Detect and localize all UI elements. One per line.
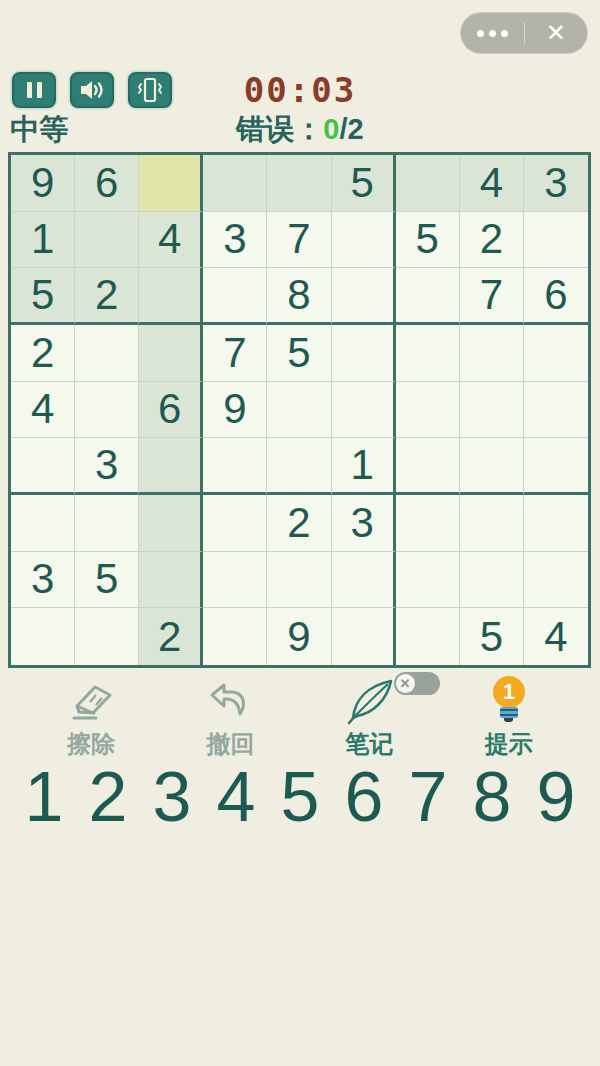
cell-r9c1[interactable] <box>11 608 75 665</box>
errors-max: /2 <box>339 113 363 145</box>
cell-r7c5[interactable]: 2 <box>267 495 331 552</box>
cell-r6c9[interactable] <box>524 438 588 495</box>
cell-r4c8[interactable] <box>460 325 524 382</box>
cell-r1c1[interactable]: 9 <box>11 155 75 212</box>
notes-button[interactable]: ✕ 笔记 <box>322 676 418 760</box>
cell-r5c4[interactable]: 9 <box>203 382 267 439</box>
cell-r8c4[interactable] <box>203 552 267 609</box>
cell-r6c2[interactable]: 3 <box>75 438 139 495</box>
numpad-key-1[interactable]: 1 <box>14 756 74 839</box>
undo-icon <box>206 680 254 726</box>
numpad-key-6[interactable]: 6 <box>334 756 394 839</box>
cell-r9c6[interactable] <box>332 608 396 665</box>
cell-r1c7[interactable] <box>396 155 460 212</box>
cell-r6c6[interactable]: 1 <box>332 438 396 495</box>
cell-r9c8[interactable]: 5 <box>460 608 524 665</box>
hint-button[interactable]: 1 提示 <box>461 676 557 760</box>
numpad-key-9[interactable]: 9 <box>526 756 586 839</box>
cell-r7c1[interactable] <box>11 495 75 552</box>
cell-r6c8[interactable] <box>460 438 524 495</box>
cell-r3c3[interactable] <box>139 268 203 325</box>
cell-r1c2[interactable]: 6 <box>75 155 139 212</box>
cell-r6c3[interactable] <box>139 438 203 495</box>
cell-r2c7[interactable]: 5 <box>396 212 460 269</box>
cell-r7c2[interactable] <box>75 495 139 552</box>
cell-r3c4[interactable] <box>203 268 267 325</box>
cell-r8c3[interactable] <box>139 552 203 609</box>
cell-r8c7[interactable] <box>396 552 460 609</box>
cell-r6c4[interactable] <box>203 438 267 495</box>
eraser-icon <box>65 680 117 726</box>
cell-r9c3[interactable]: 2 <box>139 608 203 665</box>
cell-r3c1[interactable]: 5 <box>11 268 75 325</box>
cell-r9c5[interactable]: 9 <box>267 608 331 665</box>
timer: 00:03 <box>0 70 600 110</box>
cell-r2c2[interactable] <box>75 212 139 269</box>
cell-r1c8[interactable]: 4 <box>460 155 524 212</box>
numpad-key-4[interactable]: 4 <box>206 756 266 839</box>
cell-r5c2[interactable] <box>75 382 139 439</box>
errors-value: 0 <box>323 113 339 145</box>
cell-r1c6[interactable]: 5 <box>332 155 396 212</box>
close-button[interactable]: ✕ <box>525 13 588 53</box>
cell-r2c8[interactable]: 2 <box>460 212 524 269</box>
cell-r9c2[interactable] <box>75 608 139 665</box>
cell-r1c9[interactable]: 3 <box>524 155 588 212</box>
cell-r4c4[interactable]: 7 <box>203 325 267 382</box>
cell-r4c3[interactable] <box>139 325 203 382</box>
cell-r2c4[interactable]: 3 <box>203 212 267 269</box>
cell-r8c1[interactable]: 3 <box>11 552 75 609</box>
numpad-key-5[interactable]: 5 <box>270 756 330 839</box>
more-button[interactable] <box>461 13 524 53</box>
cell-r5c9[interactable] <box>524 382 588 439</box>
cell-r6c1[interactable] <box>11 438 75 495</box>
sudoku-grid: 96543143752528762754693123352954 <box>8 152 591 668</box>
cell-r5c1[interactable]: 4 <box>11 382 75 439</box>
cell-r3c9[interactable]: 6 <box>524 268 588 325</box>
bulb-icon: 1 <box>492 676 526 726</box>
cell-r9c9[interactable]: 4 <box>524 608 588 665</box>
cell-r3c2[interactable]: 2 <box>75 268 139 325</box>
cell-r4c7[interactable] <box>396 325 460 382</box>
numpad-key-8[interactable]: 8 <box>462 756 522 839</box>
cell-r9c4[interactable] <box>203 608 267 665</box>
cell-r3c8[interactable]: 7 <box>460 268 524 325</box>
cell-r4c5[interactable]: 5 <box>267 325 331 382</box>
cell-r4c2[interactable] <box>75 325 139 382</box>
cell-r8c5[interactable] <box>267 552 331 609</box>
notes-toggle[interactable]: ✕ <box>394 672 440 695</box>
cell-r2c5[interactable]: 7 <box>267 212 331 269</box>
cell-r5c3[interactable]: 6 <box>139 382 203 439</box>
hint-badge: 1 <box>493 676 525 708</box>
cell-r2c3[interactable]: 4 <box>139 212 203 269</box>
cell-r6c7[interactable] <box>396 438 460 495</box>
cell-r5c8[interactable] <box>460 382 524 439</box>
cell-r8c9[interactable] <box>524 552 588 609</box>
cell-r3c5[interactable]: 8 <box>267 268 331 325</box>
undo-button[interactable]: 撤回 <box>182 676 278 760</box>
capsule-menu: ✕ <box>460 12 588 54</box>
cell-r3c6[interactable] <box>332 268 396 325</box>
cell-r3c7[interactable] <box>396 268 460 325</box>
numpad: 123456789 <box>0 756 600 839</box>
cell-r1c3[interactable] <box>139 155 203 212</box>
numpad-key-2[interactable]: 2 <box>78 756 138 839</box>
numpad-key-7[interactable]: 7 <box>398 756 458 839</box>
sudoku-app: ✕ 00:03 中等 错误：0/2 9654314375252876275469… <box>0 0 600 1066</box>
numpad-key-3[interactable]: 3 <box>142 756 202 839</box>
cell-r4c6[interactable] <box>332 325 396 382</box>
more-icon <box>477 30 508 37</box>
cell-r4c9[interactable] <box>524 325 588 382</box>
cell-r5c7[interactable] <box>396 382 460 439</box>
cell-r8c6[interactable] <box>332 552 396 609</box>
cell-r4c1[interactable]: 2 <box>11 325 75 382</box>
cell-r9c7[interactable] <box>396 608 460 665</box>
cell-r7c4[interactable] <box>203 495 267 552</box>
close-icon: ✕ <box>546 21 566 45</box>
cell-r2c1[interactable]: 1 <box>11 212 75 269</box>
cell-r5c6[interactable] <box>332 382 396 439</box>
cell-r1c4[interactable] <box>203 155 267 212</box>
cell-r6c5[interactable] <box>267 438 331 495</box>
cell-r2c6[interactable] <box>332 212 396 269</box>
notes-toggle-off-icon: ✕ <box>396 674 415 693</box>
cell-r2c9[interactable] <box>524 212 588 269</box>
cell-r7c3[interactable] <box>139 495 203 552</box>
cell-r8c8[interactable] <box>460 552 524 609</box>
cell-r1c5[interactable] <box>267 155 331 212</box>
toolbar: 擦除 撤回 ✕ 笔记 <box>0 676 600 760</box>
feather-icon <box>345 676 395 726</box>
erase-button[interactable]: 擦除 <box>43 676 139 760</box>
cell-r7c9[interactable] <box>524 495 588 552</box>
cell-r8c2[interactable]: 5 <box>75 552 139 609</box>
cell-r7c6[interactable]: 3 <box>332 495 396 552</box>
errors-label: 错误： <box>236 113 323 145</box>
errors-counter: 错误：0/2 <box>0 110 600 150</box>
cell-r7c7[interactable] <box>396 495 460 552</box>
cell-r5c5[interactable] <box>267 382 331 439</box>
cell-r7c8[interactable] <box>460 495 524 552</box>
